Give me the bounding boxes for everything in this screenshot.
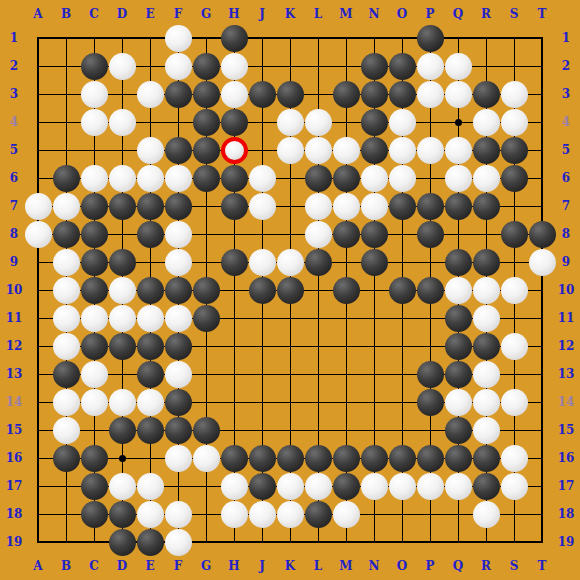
- stone-R16-black: [473, 445, 500, 472]
- row-label-left: 17: [0, 473, 28, 499]
- row-label-right: 17: [552, 473, 580, 499]
- stone-O3-black: [389, 81, 416, 108]
- stone-H1-black: [221, 25, 248, 52]
- column-label-bottom: A: [24, 553, 52, 579]
- column-label-top: P: [416, 1, 444, 27]
- stone-H2-white: [221, 53, 248, 80]
- stone-R10-white: [473, 277, 500, 304]
- stone-M10-black: [333, 277, 360, 304]
- stone-F1-white: [165, 25, 192, 52]
- stone-R11-white: [473, 305, 500, 332]
- stone-Q10-white: [445, 277, 472, 304]
- stone-S12-white: [501, 333, 528, 360]
- stone-B11-white: [53, 305, 80, 332]
- stone-H18-white: [221, 501, 248, 528]
- column-label-top: R: [472, 1, 500, 27]
- stone-E6-white: [137, 165, 164, 192]
- stone-G16-white: [193, 445, 220, 472]
- stone-P10-black: [417, 277, 444, 304]
- stone-J9-white: [249, 249, 276, 276]
- stone-M16-black: [333, 445, 360, 472]
- stone-E13-black: [137, 361, 164, 388]
- stone-D12-black: [109, 333, 136, 360]
- stone-J6-white: [249, 165, 276, 192]
- stone-L8-white: [305, 221, 332, 248]
- stone-D18-black: [109, 501, 136, 528]
- go-board[interactable]: AA11BB22CC33DD44EE55FF66GG77HH88JJ99KK10…: [0, 0, 580, 580]
- stone-D14-white: [109, 389, 136, 416]
- stone-Q5-white: [445, 137, 472, 164]
- row-label-left: 18: [0, 501, 28, 527]
- stone-F2-white: [165, 53, 192, 80]
- stone-L7-white: [305, 193, 332, 220]
- stone-E18-white: [137, 501, 164, 528]
- row-label-right: 19: [552, 529, 580, 555]
- stone-R3-black: [473, 81, 500, 108]
- stone-K16-black: [277, 445, 304, 472]
- column-label-top: H: [220, 1, 248, 27]
- stone-C2-black: [81, 53, 108, 80]
- stone-F3-black: [165, 81, 192, 108]
- column-label-bottom: J: [248, 553, 276, 579]
- stone-O10-black: [389, 277, 416, 304]
- stone-Q9-black: [445, 249, 472, 276]
- stone-K18-white: [277, 501, 304, 528]
- stone-Q15-black: [445, 417, 472, 444]
- stone-B13-black: [53, 361, 80, 388]
- column-label-top: B: [52, 1, 80, 27]
- column-label-bottom: T: [528, 553, 556, 579]
- stone-C8-black: [81, 221, 108, 248]
- stone-R13-white: [473, 361, 500, 388]
- grid-line-vertical: [541, 37, 543, 543]
- stone-L4-white: [305, 109, 332, 136]
- stone-K9-white: [277, 249, 304, 276]
- stone-C14-white: [81, 389, 108, 416]
- stone-Q6-white: [445, 165, 472, 192]
- stone-H16-black: [221, 445, 248, 472]
- column-label-bottom: M: [332, 553, 360, 579]
- stone-G15-black: [193, 417, 220, 444]
- row-label-left: 6: [0, 165, 28, 191]
- stone-Q14-white: [445, 389, 472, 416]
- row-label-right: 1: [552, 25, 580, 51]
- stone-F19-white: [165, 529, 192, 556]
- row-label-right: 16: [552, 445, 580, 471]
- stone-P1-black: [417, 25, 444, 52]
- row-label-right: 14: [552, 389, 580, 415]
- row-label-left: 16: [0, 445, 28, 471]
- column-label-bottom: Q: [444, 553, 472, 579]
- stone-F13-white: [165, 361, 192, 388]
- stone-O2-black: [389, 53, 416, 80]
- stone-L17-white: [305, 473, 332, 500]
- stone-H7-black: [221, 193, 248, 220]
- row-label-left: 19: [0, 529, 28, 555]
- stone-C13-white: [81, 361, 108, 388]
- stone-G4-black: [193, 109, 220, 136]
- stone-J16-black: [249, 445, 276, 472]
- column-label-top: K: [276, 1, 304, 27]
- stone-K5-white: [277, 137, 304, 164]
- stone-G6-black: [193, 165, 220, 192]
- stone-C3-white: [81, 81, 108, 108]
- stone-K3-black: [277, 81, 304, 108]
- column-label-top: C: [80, 1, 108, 27]
- stone-C16-black: [81, 445, 108, 472]
- stone-A7-white: [25, 193, 52, 220]
- stone-F9-white: [165, 249, 192, 276]
- stone-N2-black: [361, 53, 388, 80]
- stone-S5-black: [501, 137, 528, 164]
- stone-M17-black: [333, 473, 360, 500]
- stone-R9-black: [473, 249, 500, 276]
- star-point-D16: [119, 455, 126, 462]
- row-label-left: 9: [0, 249, 28, 275]
- stone-C12-black: [81, 333, 108, 360]
- row-label-left: 3: [0, 81, 28, 107]
- row-label-left: 13: [0, 361, 28, 387]
- row-label-left: 7: [0, 193, 28, 219]
- stone-P7-black: [417, 193, 444, 220]
- stone-B8-black: [53, 221, 80, 248]
- stone-E3-white: [137, 81, 164, 108]
- stone-P14-black: [417, 389, 444, 416]
- stone-T8-black: [529, 221, 556, 248]
- stone-C6-white: [81, 165, 108, 192]
- stone-Q2-white: [445, 53, 472, 80]
- stone-C17-black: [81, 473, 108, 500]
- stone-S16-white: [501, 445, 528, 472]
- last-move-marker-stone-H5-white: [221, 137, 248, 164]
- stone-D9-black: [109, 249, 136, 276]
- stone-D17-white: [109, 473, 136, 500]
- stone-J18-white: [249, 501, 276, 528]
- column-label-bottom: P: [416, 553, 444, 579]
- stone-F8-white: [165, 221, 192, 248]
- stone-B9-white: [53, 249, 80, 276]
- stone-D11-white: [109, 305, 136, 332]
- stone-B6-black: [53, 165, 80, 192]
- stone-F18-white: [165, 501, 192, 528]
- stone-N5-black: [361, 137, 388, 164]
- row-label-right: 10: [552, 277, 580, 303]
- stone-D15-black: [109, 417, 136, 444]
- row-label-left: 5: [0, 137, 28, 163]
- stone-D7-black: [109, 193, 136, 220]
- stone-E7-black: [137, 193, 164, 220]
- stone-D10-white: [109, 277, 136, 304]
- stone-C9-black: [81, 249, 108, 276]
- row-label-right: 4: [552, 109, 580, 135]
- stone-J3-black: [249, 81, 276, 108]
- stone-C4-white: [81, 109, 108, 136]
- stone-H9-black: [221, 249, 248, 276]
- stone-S3-white: [501, 81, 528, 108]
- stone-Q3-white: [445, 81, 472, 108]
- stone-R6-white: [473, 165, 500, 192]
- stone-M18-white: [333, 501, 360, 528]
- row-label-right: 7: [552, 193, 580, 219]
- stone-L16-black: [305, 445, 332, 472]
- stone-L9-black: [305, 249, 332, 276]
- stone-N9-black: [361, 249, 388, 276]
- stone-K17-white: [277, 473, 304, 500]
- stone-L5-white: [305, 137, 332, 164]
- star-point-Q4: [455, 119, 462, 126]
- stone-K10-black: [277, 277, 304, 304]
- row-label-right: 9: [552, 249, 580, 275]
- stone-N6-white: [361, 165, 388, 192]
- stone-Q16-black: [445, 445, 472, 472]
- stone-F10-black: [165, 277, 192, 304]
- stone-C18-black: [81, 501, 108, 528]
- row-label-right: 18: [552, 501, 580, 527]
- column-label-top: L: [304, 1, 332, 27]
- stone-G11-black: [193, 305, 220, 332]
- column-label-bottom: O: [388, 553, 416, 579]
- stone-S14-white: [501, 389, 528, 416]
- column-label-top: M: [332, 1, 360, 27]
- stone-B14-white: [53, 389, 80, 416]
- column-label-top: T: [528, 1, 556, 27]
- stone-P8-black: [417, 221, 444, 248]
- stone-H6-black: [221, 165, 248, 192]
- column-label-bottom: L: [304, 553, 332, 579]
- stone-S17-white: [501, 473, 528, 500]
- column-label-bottom: N: [360, 553, 388, 579]
- stone-B7-white: [53, 193, 80, 220]
- stone-E17-white: [137, 473, 164, 500]
- stone-H4-black: [221, 109, 248, 136]
- stone-R12-black: [473, 333, 500, 360]
- column-label-bottom: C: [80, 553, 108, 579]
- column-label-top: E: [136, 1, 164, 27]
- stone-F12-black: [165, 333, 192, 360]
- stone-E11-white: [137, 305, 164, 332]
- stone-D19-black: [109, 529, 136, 556]
- stone-D4-white: [109, 109, 136, 136]
- row-label-right: 5: [552, 137, 580, 163]
- stone-M3-black: [333, 81, 360, 108]
- stone-G10-black: [193, 277, 220, 304]
- stone-N8-black: [361, 221, 388, 248]
- stone-P5-white: [417, 137, 444, 164]
- stone-D2-white: [109, 53, 136, 80]
- stone-J10-black: [249, 277, 276, 304]
- stone-O7-black: [389, 193, 416, 220]
- stone-M6-black: [333, 165, 360, 192]
- stone-L6-black: [305, 165, 332, 192]
- row-label-left: 15: [0, 417, 28, 443]
- stone-B15-white: [53, 417, 80, 444]
- stone-R5-black: [473, 137, 500, 164]
- stone-L18-black: [305, 501, 332, 528]
- row-label-right: 13: [552, 361, 580, 387]
- stone-F7-black: [165, 193, 192, 220]
- stone-C10-black: [81, 277, 108, 304]
- column-label-top: N: [360, 1, 388, 27]
- column-label-bottom: F: [164, 553, 192, 579]
- stone-E5-white: [137, 137, 164, 164]
- stone-Q13-black: [445, 361, 472, 388]
- column-label-bottom: E: [136, 553, 164, 579]
- stone-B12-white: [53, 333, 80, 360]
- row-label-left: 4: [0, 109, 28, 135]
- stone-R18-white: [473, 501, 500, 528]
- stone-N4-black: [361, 109, 388, 136]
- column-label-top: G: [192, 1, 220, 27]
- stone-S8-black: [501, 221, 528, 248]
- stone-E12-black: [137, 333, 164, 360]
- stone-N17-white: [361, 473, 388, 500]
- stone-O17-white: [389, 473, 416, 500]
- stone-H3-white: [221, 81, 248, 108]
- row-label-left: 14: [0, 389, 28, 415]
- stone-B16-black: [53, 445, 80, 472]
- stone-F14-black: [165, 389, 192, 416]
- stone-P3-white: [417, 81, 444, 108]
- row-label-right: 11: [552, 305, 580, 331]
- stone-C7-black: [81, 193, 108, 220]
- column-label-bottom: H: [220, 553, 248, 579]
- row-label-left: 2: [0, 53, 28, 79]
- column-label-top: A: [24, 1, 52, 27]
- stone-C11-white: [81, 305, 108, 332]
- column-label-top: J: [248, 1, 276, 27]
- row-label-left: 8: [0, 221, 28, 247]
- stone-O5-white: [389, 137, 416, 164]
- row-label-right: 15: [552, 417, 580, 443]
- stone-F15-black: [165, 417, 192, 444]
- column-label-top: F: [164, 1, 192, 27]
- stone-S10-white: [501, 277, 528, 304]
- stone-S4-white: [501, 109, 528, 136]
- stone-Q17-white: [445, 473, 472, 500]
- stone-R17-black: [473, 473, 500, 500]
- column-label-bottom: S: [500, 553, 528, 579]
- stone-G5-black: [193, 137, 220, 164]
- row-label-left: 11: [0, 305, 28, 331]
- row-label-left: 12: [0, 333, 28, 359]
- stone-O16-black: [389, 445, 416, 472]
- stone-R15-white: [473, 417, 500, 444]
- stone-M5-white: [333, 137, 360, 164]
- stone-Q11-black: [445, 305, 472, 332]
- stone-G3-black: [193, 81, 220, 108]
- stone-O4-white: [389, 109, 416, 136]
- stone-E14-white: [137, 389, 164, 416]
- stone-E8-black: [137, 221, 164, 248]
- stone-A8-white: [25, 221, 52, 248]
- column-label-top: S: [500, 1, 528, 27]
- stone-M8-black: [333, 221, 360, 248]
- stone-N16-black: [361, 445, 388, 472]
- stone-G2-black: [193, 53, 220, 80]
- stone-B10-white: [53, 277, 80, 304]
- stone-P17-white: [417, 473, 444, 500]
- column-label-top: Q: [444, 1, 472, 27]
- stone-Q12-black: [445, 333, 472, 360]
- stone-F5-black: [165, 137, 192, 164]
- row-label-left: 1: [0, 25, 28, 51]
- stone-M7-white: [333, 193, 360, 220]
- row-label-right: 6: [552, 165, 580, 191]
- stone-R14-white: [473, 389, 500, 416]
- stone-J7-white: [249, 193, 276, 220]
- column-label-bottom: G: [192, 553, 220, 579]
- stone-P16-black: [417, 445, 444, 472]
- stone-E10-black: [137, 277, 164, 304]
- row-label-right: 3: [552, 81, 580, 107]
- column-label-top: D: [108, 1, 136, 27]
- stone-E19-black: [137, 529, 164, 556]
- stone-O6-white: [389, 165, 416, 192]
- row-label-left: 10: [0, 277, 28, 303]
- column-label-bottom: K: [276, 553, 304, 579]
- stone-N7-white: [361, 193, 388, 220]
- column-label-bottom: R: [472, 553, 500, 579]
- row-label-right: 12: [552, 333, 580, 359]
- stone-J17-black: [249, 473, 276, 500]
- stone-F6-white: [165, 165, 192, 192]
- stone-D6-white: [109, 165, 136, 192]
- column-label-top: O: [388, 1, 416, 27]
- stone-H17-white: [221, 473, 248, 500]
- stone-F16-white: [165, 445, 192, 472]
- stone-F11-white: [165, 305, 192, 332]
- stone-E15-black: [137, 417, 164, 444]
- row-label-right: 8: [552, 221, 580, 247]
- stone-P2-white: [417, 53, 444, 80]
- column-label-bottom: D: [108, 553, 136, 579]
- stone-R7-black: [473, 193, 500, 220]
- stone-Q7-black: [445, 193, 472, 220]
- row-label-right: 2: [552, 53, 580, 79]
- stone-R4-white: [473, 109, 500, 136]
- stone-N3-black: [361, 81, 388, 108]
- stone-S6-black: [501, 165, 528, 192]
- stone-T9-white: [529, 249, 556, 276]
- stone-P13-black: [417, 361, 444, 388]
- column-label-bottom: B: [52, 553, 80, 579]
- stone-K4-white: [277, 109, 304, 136]
